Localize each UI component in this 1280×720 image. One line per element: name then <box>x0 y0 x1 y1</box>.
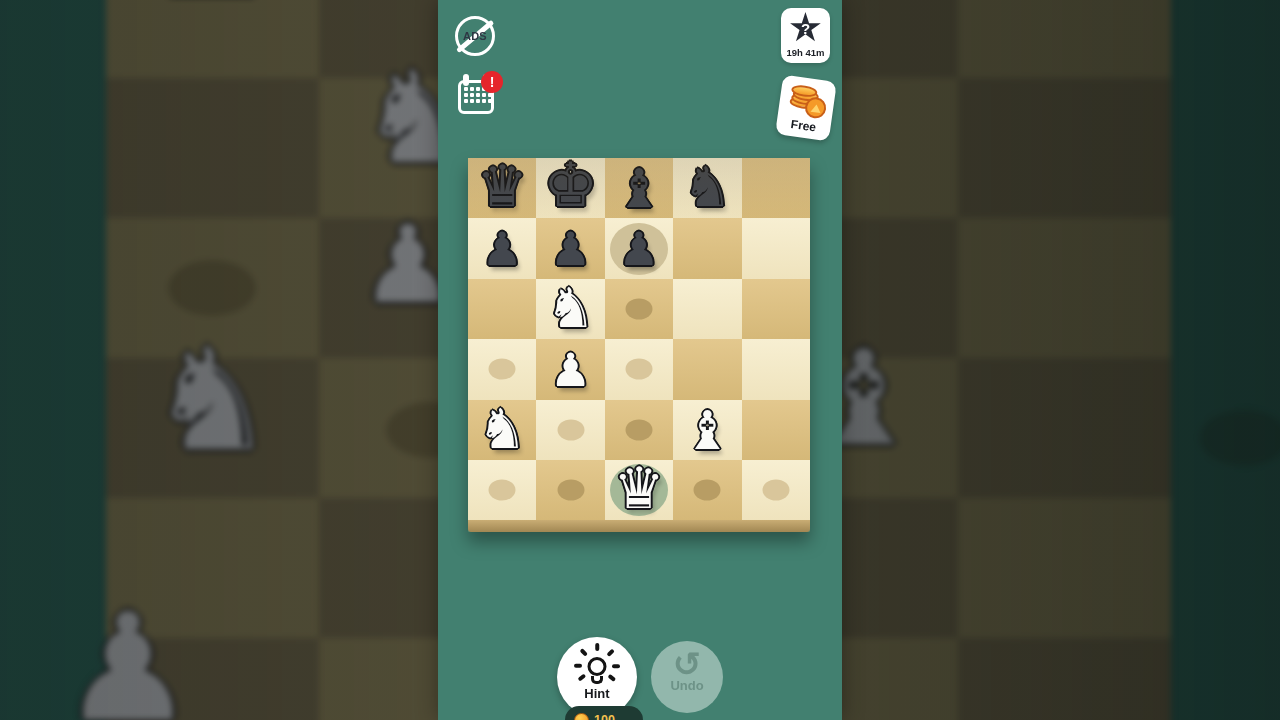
black-pawn-b5[interactable]: ♟ <box>550 226 591 272</box>
square-a1[interactable] <box>468 460 536 520</box>
coin-count: 100 <box>594 713 615 720</box>
undo-label: Undo <box>670 678 703 693</box>
white-knight-b4[interactable]: ♞ <box>546 281 595 336</box>
square-e6[interactable] <box>742 158 810 218</box>
square-a6[interactable]: ♛ <box>468 158 536 218</box>
square-b4[interactable]: ♞ <box>536 279 604 339</box>
move-dot-c4[interactable] <box>625 298 652 319</box>
free-label: Free <box>790 117 817 134</box>
coin-stack-icon <box>788 84 826 118</box>
move-dot-d1[interactable] <box>694 480 721 501</box>
mystery-star-timer-card[interactable]: ★ ? 19h 41m <box>781 8 830 63</box>
square-b1[interactable] <box>536 460 604 520</box>
square-e5[interactable] <box>742 218 810 278</box>
square-c2[interactable] <box>605 400 673 460</box>
square-d5[interactable] <box>673 218 741 278</box>
white-knight-a2[interactable]: ♞ <box>478 402 527 457</box>
black-bishop-c6[interactable]: ♝ <box>615 162 663 215</box>
move-dot-e1[interactable] <box>762 480 789 501</box>
move-dot-c2[interactable] <box>625 419 652 440</box>
square-e3[interactable] <box>742 339 810 399</box>
square-d2[interactable]: ♝ <box>673 400 741 460</box>
square-c5[interactable]: ♟ <box>605 218 673 278</box>
square-a3[interactable] <box>468 339 536 399</box>
black-pawn-c5[interactable]: ♟ <box>618 226 659 272</box>
ads-label: ADS <box>463 30 487 42</box>
white-bishop-d2[interactable]: ♝ <box>684 404 732 457</box>
square-b3[interactable]: ♟ <box>536 339 604 399</box>
coin-icon <box>574 713 589 720</box>
square-b2[interactable] <box>536 400 604 460</box>
square-d4[interactable] <box>673 279 741 339</box>
hint-label: Hint <box>584 686 609 701</box>
black-queen-a6[interactable]: ♛ <box>477 158 528 215</box>
square-e2[interactable] <box>742 400 810 460</box>
white-pawn-b3[interactable]: ♟ <box>550 347 591 393</box>
coin-balance-pill[interactable]: 100 <box>565 706 643 720</box>
square-d6[interactable]: ♞ <box>673 158 741 218</box>
undo-button[interactable]: ↺ Undo <box>651 641 723 713</box>
square-a5[interactable]: ♟ <box>468 218 536 278</box>
square-c4[interactable] <box>605 279 673 339</box>
black-knight-d6[interactable]: ♞ <box>683 160 732 215</box>
daily-calendar-button[interactable]: ! <box>458 74 494 116</box>
square-b6[interactable]: ♚ <box>536 158 604 218</box>
black-pawn-a5[interactable]: ♟ <box>482 226 523 272</box>
square-d3[interactable] <box>673 339 741 399</box>
square-c6[interactable]: ♝ <box>605 158 673 218</box>
coin-icon <box>804 96 828 120</box>
black-king-b6[interactable]: ♚ <box>543 154 598 215</box>
remove-ads-button[interactable]: ADS <box>455 16 495 56</box>
square-e1[interactable] <box>742 460 810 520</box>
screen: ♜♟♜♞♟♞♟♝ ADS ! ★ ? 19h 41m <box>0 0 1280 720</box>
move-dot-a3[interactable] <box>489 359 516 380</box>
hint-button[interactable]: Hint <box>557 637 637 717</box>
move-dot-c3[interactable] <box>625 359 652 380</box>
square-a2[interactable]: ♞ <box>468 400 536 460</box>
square-c3[interactable] <box>605 339 673 399</box>
free-coins-card[interactable]: Free <box>775 75 837 142</box>
square-d1[interactable] <box>673 460 741 520</box>
undo-arrow-icon: ↺ <box>673 647 702 681</box>
square-c1[interactable]: ♛ <box>605 460 673 520</box>
square-b5[interactable]: ♟ <box>536 218 604 278</box>
chess-board: ♛♚♝♞♟♟♟♞♟♞♝♛ <box>468 158 810 532</box>
notification-badge: ! <box>481 71 503 93</box>
square-e4[interactable] <box>742 279 810 339</box>
square-a4[interactable] <box>468 279 536 339</box>
question-mark: ? <box>801 20 810 37</box>
white-queen-c1[interactable]: ♛ <box>613 460 664 517</box>
board-bottom-edge <box>468 520 810 532</box>
app-panel: ADS ! ★ ? 19h 41m Free <box>438 0 842 720</box>
move-dot-b1[interactable] <box>557 480 584 501</box>
lightbulb-icon <box>575 648 619 688</box>
move-dot-a1[interactable] <box>489 480 516 501</box>
move-dot-b2[interactable] <box>557 419 584 440</box>
